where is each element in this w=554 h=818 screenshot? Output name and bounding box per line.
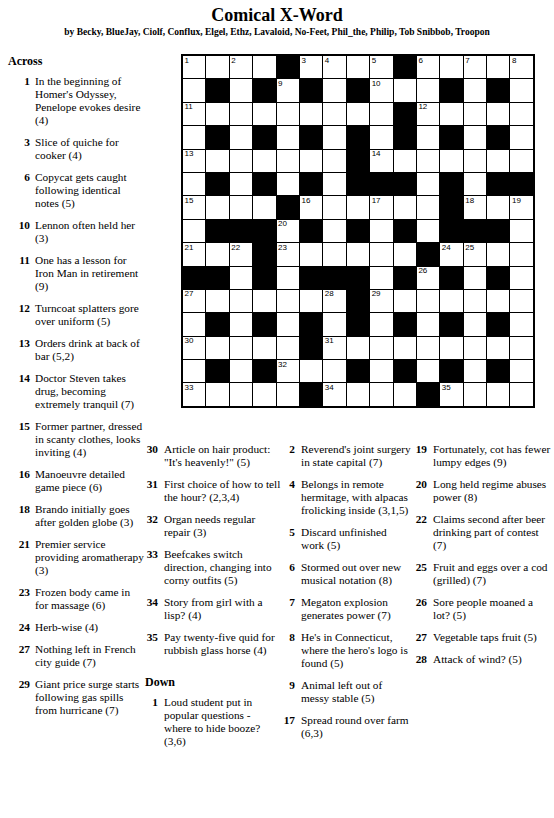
grid-cell-r5c7[interactable]: [323, 150, 345, 172]
grid-cell-r3c11[interactable]: 12: [417, 103, 439, 125]
grid-cell-r8c11[interactable]: [417, 220, 439, 242]
grid-cell-r10c13[interactable]: [464, 267, 486, 289]
grid-cell-r1c13[interactable]: 7: [464, 56, 486, 78]
clue-number: 17: [282, 714, 295, 740]
clue-text: Stormed out over new musical notation (8…: [301, 561, 412, 587]
clue-number: 26: [414, 596, 427, 622]
clue-number: 34: [145, 596, 158, 622]
grid-cell-r1c1[interactable]: 1: [183, 56, 205, 78]
grid-cell-r11c9[interactable]: 29: [370, 290, 392, 312]
clue-column-across: Across1In the beginning of Homer's Odyss…: [8, 55, 145, 726]
block-cell-r8c13: [464, 220, 486, 242]
grid-cell-r1c11[interactable]: 6: [417, 56, 439, 78]
cell-number: 9: [278, 80, 282, 88]
clue-down-25: 25Fruit and eggs over a cod (grilled) (7…: [414, 561, 552, 587]
clue-text: Article on hair product: "It's heavenly!…: [164, 443, 281, 469]
clue-text: Discard unfinished work (5): [301, 526, 412, 552]
grid-cell-r7c11[interactable]: [417, 196, 439, 218]
grid-cell-r13c12[interactable]: [440, 337, 462, 359]
grid-cell-r6c7[interactable]: [323, 173, 345, 195]
clue-number: 30: [145, 443, 158, 469]
clue-number: 27: [414, 631, 427, 644]
clue-text: Megaton explosion generates power (7): [301, 596, 412, 622]
grid-cell-r2c5[interactable]: 9: [277, 79, 299, 101]
grid-cell-r11c1[interactable]: 27: [183, 290, 205, 312]
grid-cell-r11c6[interactable]: [300, 290, 322, 312]
grid-cell-r15c13[interactable]: [464, 383, 486, 405]
block-cell-r15c6: [300, 383, 322, 405]
grid-cell-r4c9[interactable]: [370, 126, 392, 148]
clue-down-19: 19Fortunately, cot has fewer lumpy edges…: [414, 443, 552, 469]
clue-number: 3: [8, 136, 30, 162]
grid-cell-r9c9[interactable]: [370, 243, 392, 265]
clue-number: 13: [8, 337, 30, 363]
clue-number: 9: [282, 679, 295, 705]
grid-cell-r2c13[interactable]: [464, 79, 486, 101]
block-cell-r10c1: [183, 267, 205, 289]
grid-cell-r7c13[interactable]: 18: [464, 196, 486, 218]
block-cell-r2c2: [206, 79, 228, 101]
cell-number: 20: [278, 220, 287, 228]
grid-cell-r8c9[interactable]: [370, 220, 392, 242]
clue-number: 21: [8, 538, 30, 577]
grid-cell-r13c5[interactable]: [277, 337, 299, 359]
block-cell-r6c4: [253, 173, 275, 195]
grid-cell-r9c1[interactable]: 21: [183, 243, 205, 265]
grid-cell-r1c3[interactable]: 2: [230, 56, 252, 78]
down-header: Down: [145, 676, 281, 689]
cell-number: 12: [418, 103, 427, 111]
grid-cell-r11c2[interactable]: [206, 290, 228, 312]
grid-cell-r5c10[interactable]: [394, 150, 416, 172]
grid-cell-r11c13[interactable]: [464, 290, 486, 312]
grid-cell-r12c5[interactable]: [277, 313, 299, 335]
clue-number: 18: [8, 503, 30, 529]
block-cell-r10c6: [300, 267, 322, 289]
cell-number: 22: [231, 244, 240, 252]
grid-cell-r13c9[interactable]: [370, 337, 392, 359]
grid-cell-r13c15[interactable]: [510, 337, 532, 359]
cell-number: 13: [185, 150, 194, 158]
grid-cell-r14c9[interactable]: [370, 360, 392, 382]
grid-cell-r11c14[interactable]: [487, 290, 509, 312]
grid-cell-r15c8[interactable]: [347, 383, 369, 405]
block-cell-r9c11: [417, 243, 439, 265]
block-cell-r10c4: [253, 267, 275, 289]
cell-number: 28: [325, 290, 334, 298]
block-cell-r4c8: [347, 126, 369, 148]
grid-cell-r6c1[interactable]: [183, 173, 205, 195]
crossword-page: Comical X-Word by Becky, BlueJay, Ciolf,…: [0, 0, 554, 818]
cell-number: 19: [512, 197, 521, 205]
grid-cell-r7c4[interactable]: [253, 196, 275, 218]
grid-cell-r4c7[interactable]: [323, 126, 345, 148]
clue-number: 23: [8, 586, 30, 612]
grid-cell-r5c11[interactable]: [417, 150, 439, 172]
grid-cell-r10c15[interactable]: [510, 267, 532, 289]
cell-number: 16: [301, 197, 310, 205]
grid-cell-r7c14[interactable]: [487, 196, 509, 218]
grid-cell-r9c8[interactable]: [347, 243, 369, 265]
grid-cell-r10c3[interactable]: [230, 267, 252, 289]
block-cell-r4c12: [440, 126, 462, 148]
grid-cell-r11c11[interactable]: [417, 290, 439, 312]
grid-cell-r6c13[interactable]: [464, 173, 486, 195]
grid-cell-r3c6[interactable]: [300, 103, 322, 125]
grid-cell-r15c14[interactable]: [487, 383, 509, 405]
clue-number: 11: [8, 254, 30, 293]
grid-cell-r11c3[interactable]: [230, 290, 252, 312]
grid-cell-r7c6[interactable]: 16: [300, 196, 322, 218]
grid-cell-r1c2[interactable]: [206, 56, 228, 78]
block-cell-r2c4: [253, 79, 275, 101]
clue-down-20: 20Long held regime abuses power (8): [414, 478, 552, 504]
clue-across-33: 33Beefcakes switch direction, changing i…: [145, 548, 281, 587]
grid-cell-r14c1[interactable]: [183, 360, 205, 382]
block-cell-r4c14: [487, 126, 509, 148]
clue-number: 20: [414, 478, 427, 504]
grid-cell-r1c6[interactable]: 3: [300, 56, 322, 78]
grid-cell-r15c9[interactable]: [370, 383, 392, 405]
clue-text: He's in Connecticut, where the hero's lo…: [301, 631, 412, 670]
clue-text: Turncoat splatters gore over uniform (5): [35, 302, 145, 328]
grid-cell-r14c7[interactable]: [323, 360, 345, 382]
grid-cell-r13c2[interactable]: [206, 337, 228, 359]
clue-number: 19: [414, 443, 427, 469]
grid-cell-r8c5[interactable]: 20: [277, 220, 299, 242]
clue-text: Long held regime abuses power (8): [433, 478, 552, 504]
grid-cell-r7c2[interactable]: [206, 196, 228, 218]
block-cell-r10c12: [440, 267, 462, 289]
grid-cell-r4c11[interactable]: [417, 126, 439, 148]
block-cell-r4c10: [394, 126, 416, 148]
block-cell-r12c4: [253, 313, 275, 335]
grid-cell-r14c5[interactable]: 32: [277, 360, 299, 382]
clue-text: Vegetable taps fruit (5): [433, 631, 552, 644]
grid-cell-r7c15[interactable]: 19: [510, 196, 532, 218]
grid-cell-r3c4[interactable]: [253, 103, 275, 125]
clue-column-down-2: 19Fortunately, cot has fewer lumpy edges…: [414, 443, 552, 675]
clue-across-21: 21Premier service providing aromatherapy…: [8, 538, 145, 577]
block-cell-r6c9: [370, 173, 392, 195]
block-cell-r7c5: [277, 196, 299, 218]
cell-number: 26: [418, 267, 427, 275]
grid-cell-r9c10[interactable]: [394, 243, 416, 265]
clue-text: Slice of quiche for cooker (4): [35, 136, 145, 162]
clue-text: Spread round over farm (6,3): [301, 714, 412, 740]
clue-across-35: 35Pay twenty-five quid for rubbish glass…: [145, 631, 281, 657]
cell-number: 35: [442, 384, 451, 392]
grid-cell-r11c10[interactable]: [394, 290, 416, 312]
grid-cell-r10c9[interactable]: [370, 267, 392, 289]
grid-cell-r1c14[interactable]: [487, 56, 509, 78]
grid-cell-r9c5[interactable]: 23: [277, 243, 299, 265]
grid-cell-r1c8[interactable]: [347, 56, 369, 78]
grid-cell-r3c13[interactable]: [464, 103, 486, 125]
block-cell-r14c12: [440, 360, 462, 382]
grid-cell-r10c5[interactable]: [277, 267, 299, 289]
cell-number: 29: [372, 290, 381, 298]
grid-cell-r2c15[interactable]: [510, 79, 532, 101]
grid-cell-r13c8[interactable]: [347, 337, 369, 359]
grid-cell-r8c15[interactable]: [510, 220, 532, 242]
grid-cell-r3c12[interactable]: [440, 103, 462, 125]
grid-cell-r9c7[interactable]: [323, 243, 345, 265]
grid-cell-r7c1[interactable]: 15: [183, 196, 205, 218]
grid-cell-r7c9[interactable]: 17: [370, 196, 392, 218]
grid-cell-r5c9[interactable]: 14: [370, 150, 392, 172]
grid-cell-r9c2[interactable]: [206, 243, 228, 265]
clue-down-2: 2Reverend's joint surgery in state capit…: [282, 443, 412, 469]
grid-cell-r4c15[interactable]: [510, 126, 532, 148]
block-cell-r12c14: [487, 313, 509, 335]
block-cell-r12c6: [300, 313, 322, 335]
grid-cell-r11c5[interactable]: [277, 290, 299, 312]
clue-text: Attack of wind? (5): [433, 653, 552, 666]
grid-cell-r15c1[interactable]: 33: [183, 383, 205, 405]
block-cell-r14c8: [347, 360, 369, 382]
grid-cell-r13c4[interactable]: [253, 337, 275, 359]
block-cell-r8c12: [440, 220, 462, 242]
grid-cell-r12c1[interactable]: [183, 313, 205, 335]
grid-cell-r3c8[interactable]: [347, 103, 369, 125]
grid-cell-r5c6[interactable]: [300, 150, 322, 172]
grid-cell-r1c7[interactable]: 4: [323, 56, 345, 78]
clue-column-down-1: 2Reverend's joint surgery in state capit…: [282, 443, 412, 749]
grid-cell-r11c15[interactable]: [510, 290, 532, 312]
clue-down-27: 27Vegetable taps fruit (5): [414, 631, 552, 644]
clue-text: Orders drink at back of bar (5,2): [35, 337, 145, 363]
clue-text: Fortunately, cot has fewer lumpy edges (…: [433, 443, 552, 469]
grid-cell-r3c15[interactable]: [510, 103, 532, 125]
grid-cell-r15c12[interactable]: 35: [440, 383, 462, 405]
block-cell-r8c8: [347, 220, 369, 242]
grid-cell-r13c13[interactable]: [464, 337, 486, 359]
grid-cell-r3c3[interactable]: [230, 103, 252, 125]
grid-cell-r15c3[interactable]: [230, 383, 252, 405]
clue-down-6: 6Stormed out over new musical notation (…: [282, 561, 412, 587]
grid-cell-r5c2[interactable]: [206, 150, 228, 172]
clue-down-4: 4Belongs in remote hermitage, with alpac…: [282, 478, 412, 517]
grid-cell-r2c3[interactable]: [230, 79, 252, 101]
grid-cell-r2c1[interactable]: [183, 79, 205, 101]
grid-cell-r12c3[interactable]: [230, 313, 252, 335]
clue-across-6: 6Copycat gets caught following identical…: [8, 171, 145, 210]
grid-cell-r12c11[interactable]: [417, 313, 439, 335]
block-cell-r4c4: [253, 126, 275, 148]
grid-cell-r12c13[interactable]: [464, 313, 486, 335]
block-cell-r12c10: [394, 313, 416, 335]
grid-cell-r4c1[interactable]: [183, 126, 205, 148]
grid-cell-r7c10[interactable]: [394, 196, 416, 218]
clue-across-27: 27Nothing left in French city guide (7): [8, 643, 145, 669]
grid-cell-r2c7[interactable]: [323, 79, 345, 101]
grid-cell-r10c11[interactable]: 26: [417, 267, 439, 289]
clue-down-9: 9Animal left out of messy stable (5): [282, 679, 412, 705]
block-cell-r2c12: [440, 79, 462, 101]
grid-cell-r13c14[interactable]: [487, 337, 509, 359]
cell-number: 15: [185, 197, 194, 205]
cell-number: 5: [372, 57, 376, 65]
clue-across-14: 14Doctor Steven takes drug, becoming ext…: [8, 372, 145, 411]
clue-text: Organ needs regular repair (3): [164, 513, 281, 539]
grid-cell-r12c9[interactable]: [370, 313, 392, 335]
grid-cell-r6c5[interactable]: [277, 173, 299, 195]
block-cell-r8c3: [230, 220, 252, 242]
clue-number: 6: [282, 561, 295, 587]
grid-cell-r12c15[interactable]: [510, 313, 532, 335]
grid-cell-r14c15[interactable]: [510, 360, 532, 382]
block-cell-r9c4: [253, 243, 275, 265]
clue-text: Premier service providing aromatherapy (…: [35, 538, 145, 577]
block-cell-r10c7: [323, 267, 345, 289]
grid-cell-r13c11[interactable]: [417, 337, 439, 359]
grid-cell-r6c3[interactable]: [230, 173, 252, 195]
grid-cell-r13c3[interactable]: [230, 337, 252, 359]
block-cell-r10c2: [206, 267, 228, 289]
grid-cell-r4c3[interactable]: [230, 126, 252, 148]
block-cell-r8c2: [206, 220, 228, 242]
grid-cell-r3c5[interactable]: [277, 103, 299, 125]
grid-cell-r11c4[interactable]: [253, 290, 275, 312]
clue-number: 15: [8, 420, 30, 459]
grid-cell-r15c4[interactable]: [253, 383, 275, 405]
clue-down-22: 22Claims second after beer drinking part…: [414, 513, 552, 552]
grid-cell-r6c11[interactable]: [417, 173, 439, 195]
grid-cell-r1c12[interactable]: [440, 56, 462, 78]
clue-text: Pay twenty-five quid for rubbish glass h…: [164, 631, 281, 657]
grid-cell-r5c14[interactable]: [487, 150, 509, 172]
block-cell-r6c6: [300, 173, 322, 195]
grid-cell-r5c15[interactable]: [510, 150, 532, 172]
grid-cell-r9c13[interactable]: 25: [464, 243, 486, 265]
clue-text: Manoeuvre detailed game piece (6): [35, 468, 145, 494]
clue-number: 33: [145, 548, 158, 587]
grid-cell-r5c3[interactable]: [230, 150, 252, 172]
grid-cell-r1c15[interactable]: 8: [510, 56, 532, 78]
block-cell-r10c8: [347, 267, 369, 289]
grid-cell-r4c5[interactable]: [277, 126, 299, 148]
grid-cell-r5c1[interactable]: 13: [183, 150, 205, 172]
block-cell-r8c6: [300, 220, 322, 242]
grid-cell-r5c12[interactable]: [440, 150, 462, 172]
grid-cell-r3c14[interactable]: [487, 103, 509, 125]
grid-cell-r4c13[interactable]: [464, 126, 486, 148]
grid-cell-r3c1[interactable]: 11: [183, 103, 205, 125]
grid-cell-r15c5[interactable]: [277, 383, 299, 405]
grid-cell-r9c3[interactable]: 22: [230, 243, 252, 265]
grid-cell-r11c7[interactable]: 28: [323, 290, 345, 312]
clue-across-1: 1In the beginning of Homer's Odyssey, Pe…: [8, 75, 145, 127]
grid-cell-r2c10[interactable]: [394, 79, 416, 101]
grid-cell-r14c13[interactable]: [464, 360, 486, 382]
grid-cell-r5c5[interactable]: [277, 150, 299, 172]
grid-cell-r8c1[interactable]: [183, 220, 205, 242]
grid-cell-r1c9[interactable]: 5: [370, 56, 392, 78]
block-cell-r10c14: [487, 267, 509, 289]
grid-cell-r14c6[interactable]: [300, 360, 322, 382]
grid-cell-r9c15[interactable]: [510, 243, 532, 265]
clue-down-26: 26Sore people moaned a lot? (5): [414, 596, 552, 622]
clue-text: Brando initially goes after golden globe…: [35, 503, 145, 529]
grid-cell-r14c3[interactable]: [230, 360, 252, 382]
cell-number: 32: [278, 361, 287, 369]
grid-cell-r9c12[interactable]: 24: [440, 243, 462, 265]
grid-cell-r7c7[interactable]: [323, 196, 345, 218]
clue-text: Nothing left in French city guide (7): [35, 643, 145, 669]
grid-cell-r13c7[interactable]: 31: [323, 337, 345, 359]
block-cell-r6c12: [440, 173, 462, 195]
clue-down-8: 8He's in Connecticut, where the hero's l…: [282, 631, 412, 670]
clue-number: 28: [414, 653, 427, 666]
cell-number: 21: [185, 244, 194, 252]
grid-cell-r1c4[interactable]: [253, 56, 275, 78]
grid-cell-r15c7[interactable]: 34: [323, 383, 345, 405]
block-cell-r2c14: [487, 79, 509, 101]
cell-number: 27: [185, 290, 194, 298]
grid-cell-r15c2[interactable]: [206, 383, 228, 405]
grid-cell-r15c15[interactable]: [510, 383, 532, 405]
grid-cell-r9c6[interactable]: [300, 243, 322, 265]
clue-number: 5: [282, 526, 295, 552]
clue-number: 12: [8, 302, 30, 328]
block-cell-r1c5: [277, 56, 299, 78]
clue-text: Giant price surge starts following gas s…: [35, 678, 145, 717]
grid-cell-r7c3[interactable]: [230, 196, 252, 218]
clue-text: Copycat gets caught following identical …: [35, 171, 145, 210]
grid-cell-r11c12[interactable]: [440, 290, 462, 312]
block-cell-r8c10: [394, 220, 416, 242]
grid-cell-r2c9[interactable]: 10: [370, 79, 392, 101]
grid-cell-r5c4[interactable]: [253, 150, 275, 172]
block-cell-r13c6: [300, 337, 322, 359]
block-cell-r2c8: [347, 79, 369, 101]
grid-cell-r13c1[interactable]: 30: [183, 337, 205, 359]
clue-across-16: 16Manoeuvre detailed game piece (6): [8, 468, 145, 494]
grid-cell-r7c8[interactable]: [347, 196, 369, 218]
grid-cell-r14c11[interactable]: [417, 360, 439, 382]
grid-cell-r15c10[interactable]: [394, 383, 416, 405]
block-cell-r6c15: [510, 173, 532, 195]
block-cell-r6c2: [206, 173, 228, 195]
clue-across-29: 29Giant price surge starts following gas…: [8, 678, 145, 717]
grid-cell-r2c11[interactable]: [417, 79, 439, 101]
clue-across-34: 34Story from girl with a lisp? (4): [145, 596, 281, 622]
grid-cell-r13c10[interactable]: [394, 337, 416, 359]
grid-cell-r5c13[interactable]: [464, 150, 486, 172]
cell-number: 24: [442, 244, 451, 252]
cell-number: 2: [231, 57, 235, 65]
cell-number: 11: [185, 103, 193, 111]
grid-cell-r3c9[interactable]: [370, 103, 392, 125]
block-cell-r8c4: [253, 220, 275, 242]
clue-across-31: 31First choice of how to tell the hour? …: [145, 478, 281, 504]
across-header: Across: [8, 55, 145, 68]
grid-cell-r3c7[interactable]: [323, 103, 345, 125]
clue-across-10: 10Lennon often held her (3): [8, 219, 145, 245]
cell-number: 1: [185, 57, 189, 65]
clue-number: 1: [8, 75, 30, 127]
grid-cell-r12c7[interactable]: [323, 313, 345, 335]
clue-text: Beefcakes switch direction, changing int…: [164, 548, 281, 587]
cell-number: 4: [325, 57, 329, 65]
clue-across-11: 11One has a lesson for Iron Man in retir…: [8, 254, 145, 293]
clue-number: 2: [282, 443, 295, 469]
grid-cell-r9c14[interactable]: [487, 243, 509, 265]
grid-cell-r8c7[interactable]: [323, 220, 345, 242]
cell-number: 30: [185, 337, 194, 345]
grid-cell-r3c2[interactable]: [206, 103, 228, 125]
